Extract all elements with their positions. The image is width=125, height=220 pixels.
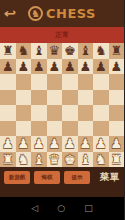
square-h1[interactable]: ♜ (109, 152, 125, 168)
square-c6[interactable] (31, 74, 47, 90)
white-pawn: ♟ (48, 136, 60, 152)
square-g1[interactable]: ♞ (93, 152, 109, 168)
mode-banner: 正常 (0, 27, 124, 43)
square-e1[interactable]: ♚ (62, 152, 78, 168)
white-bishop: ♝ (33, 152, 45, 168)
square-f6[interactable] (78, 74, 94, 90)
back-arrow-icon[interactable]: ↩ (0, 0, 22, 27)
square-f1[interactable]: ♝ (78, 152, 94, 168)
hint-button[interactable]: 提示 (64, 171, 90, 184)
square-d4[interactable] (47, 105, 63, 121)
square-d8[interactable]: ♛ (47, 43, 63, 59)
black-knight: ♞ (95, 43, 107, 59)
bottom-toolbar: 新遊戲 悔棋 提示 菜單 (0, 167, 124, 197)
square-g4[interactable] (93, 105, 109, 121)
square-f8[interactable]: ♝ (78, 43, 94, 59)
black-queen: ♛ (48, 43, 60, 59)
square-e3[interactable] (62, 121, 78, 137)
white-pawn: ♟ (79, 136, 91, 152)
black-rook: ♜ (110, 43, 122, 59)
white-pawn: ♟ (110, 136, 122, 152)
mode-banner-label: 正常 (55, 30, 69, 40)
square-h4[interactable] (109, 105, 125, 121)
white-knight: ♞ (95, 152, 107, 168)
black-pawn: ♟ (110, 59, 122, 75)
black-pawn: ♟ (64, 59, 76, 75)
white-queen: ♛ (48, 152, 60, 168)
black-pawn: ♟ (17, 59, 29, 75)
square-c2[interactable]: ♟ (31, 136, 47, 152)
white-pawn: ♟ (95, 136, 107, 152)
android-home-icon[interactable]: ○ (57, 197, 65, 220)
square-a5[interactable] (0, 90, 16, 106)
square-g8[interactable]: ♞ (93, 43, 109, 59)
square-b2[interactable]: ♟ (16, 136, 32, 152)
square-c3[interactable] (31, 121, 47, 137)
square-f5[interactable] (78, 90, 94, 106)
square-g5[interactable] (93, 90, 109, 106)
square-f3[interactable] (78, 121, 94, 137)
square-e5[interactable] (62, 90, 78, 106)
square-d1[interactable]: ♛ (47, 152, 63, 168)
app-header: ↩ ♞ CHESS (0, 0, 124, 27)
app-window: ↩ ♞ CHESS 正常 ♜♞♝♛♚♝♞♜♟♟♟♟♟♟♟♟♟♟♟♟♟♟♟♟♜♞♝… (0, 0, 124, 220)
white-rook: ♜ (110, 152, 122, 168)
black-pawn: ♟ (33, 59, 45, 75)
square-b4[interactable] (16, 105, 32, 121)
square-e2[interactable]: ♟ (62, 136, 78, 152)
black-pawn: ♟ (95, 59, 107, 75)
square-b3[interactable] (16, 121, 32, 137)
square-d2[interactable]: ♟ (47, 136, 63, 152)
square-c8[interactable]: ♝ (31, 43, 47, 59)
black-pawn: ♟ (48, 59, 60, 75)
square-f4[interactable] (78, 105, 94, 121)
square-e6[interactable] (62, 74, 78, 90)
square-g6[interactable] (93, 74, 109, 90)
square-f2[interactable]: ♟ (78, 136, 94, 152)
white-knight: ♞ (17, 152, 29, 168)
menu-button[interactable]: 菜單 (100, 171, 119, 184)
square-c4[interactable] (31, 105, 47, 121)
square-a6[interactable] (0, 74, 16, 90)
white-pawn: ♟ (33, 136, 45, 152)
square-f7[interactable]: ♟ (78, 59, 94, 75)
white-bishop: ♝ (79, 152, 91, 168)
black-knight: ♞ (17, 43, 29, 59)
square-a2[interactable]: ♟ (0, 136, 16, 152)
square-h6[interactable] (109, 74, 125, 90)
square-c5[interactable] (31, 90, 47, 106)
square-e7[interactable]: ♟ (62, 59, 78, 75)
new-game-button[interactable]: 新遊戲 (4, 171, 30, 184)
square-d5[interactable] (47, 90, 63, 106)
black-rook: ♜ (2, 43, 14, 59)
square-d7[interactable]: ♟ (47, 59, 63, 75)
square-g2[interactable]: ♟ (93, 136, 109, 152)
square-b5[interactable] (16, 90, 32, 106)
android-recents-icon[interactable]: □ (84, 197, 93, 220)
square-e8[interactable]: ♚ (62, 43, 78, 59)
white-king: ♚ (64, 152, 76, 168)
square-a8[interactable]: ♜ (0, 43, 16, 59)
app-logo-group: ♞ CHESS (20, 6, 104, 21)
black-pawn: ♟ (2, 59, 14, 75)
white-rook: ♜ (2, 152, 14, 168)
square-h3[interactable] (109, 121, 125, 137)
square-a4[interactable] (0, 105, 16, 121)
square-e4[interactable] (62, 105, 78, 121)
square-h2[interactable]: ♟ (109, 136, 125, 152)
square-g3[interactable] (93, 121, 109, 137)
square-a1[interactable]: ♜ (0, 152, 16, 168)
white-pawn: ♟ (17, 136, 29, 152)
white-pawn: ♟ (2, 136, 14, 152)
square-a7[interactable]: ♟ (0, 59, 16, 75)
app-title: CHESS (46, 6, 96, 21)
black-king: ♚ (64, 43, 76, 59)
square-b1[interactable]: ♞ (16, 152, 32, 168)
square-c1[interactable]: ♝ (31, 152, 47, 168)
square-h5[interactable] (109, 90, 125, 106)
square-a3[interactable] (0, 121, 16, 137)
square-d3[interactable] (47, 121, 63, 137)
square-b8[interactable]: ♞ (16, 43, 32, 59)
android-back-icon[interactable]: ◁ (31, 197, 38, 220)
square-h7[interactable]: ♟ (109, 59, 125, 75)
square-h8[interactable]: ♜ (109, 43, 125, 59)
black-bishop: ♝ (79, 43, 91, 59)
square-b7[interactable]: ♟ (16, 59, 32, 75)
black-bishop: ♝ (33, 43, 45, 59)
square-d6[interactable] (47, 74, 63, 90)
square-g7[interactable]: ♟ (93, 59, 109, 75)
knight-logo-icon: ♞ (28, 6, 43, 21)
square-b6[interactable] (16, 74, 32, 90)
chess-board: ♜♞♝♛♚♝♞♜♟♟♟♟♟♟♟♟♟♟♟♟♟♟♟♟♜♞♝♛♚♝♞♜ (0, 43, 124, 167)
undo-move-button[interactable]: 悔棋 (34, 171, 60, 184)
black-pawn: ♟ (79, 59, 91, 75)
white-pawn: ♟ (64, 136, 76, 152)
square-c7[interactable]: ♟ (31, 59, 47, 75)
android-nav-bar: ◁ ○ □ (0, 197, 124, 220)
